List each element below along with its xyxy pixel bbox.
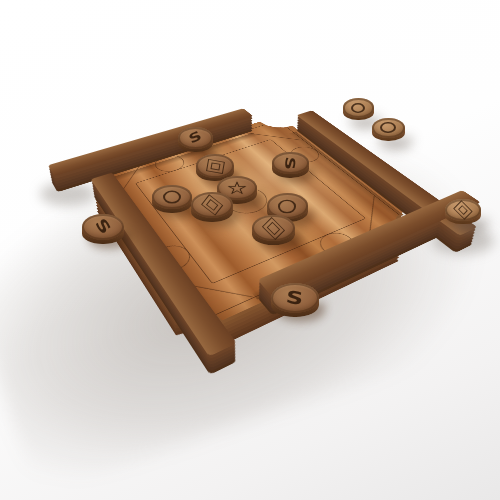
square-engraving-icon: [453, 200, 472, 219]
puck-top-face: [191, 192, 233, 218]
puck-top-face: [445, 199, 481, 221]
S-engraving-icon: S: [285, 288, 305, 308]
square-engraving-icon: [262, 216, 285, 239]
puck-top-face: S: [178, 127, 213, 149]
puck-ring[interactable]: [343, 98, 374, 120]
puck-S[interactable]: S: [82, 214, 124, 244]
puck-top-face: [196, 154, 234, 178]
puck-top-face: S: [82, 214, 124, 240]
puck-ring[interactable]: [152, 185, 192, 213]
puck-S[interactable]: S: [178, 127, 213, 152]
puck-square[interactable]: [191, 192, 233, 222]
puck-top-face: [152, 185, 192, 210]
S-engraving-icon: S: [92, 216, 113, 237]
ring-engraving-icon: [163, 190, 181, 203]
puck-top-face: S: [271, 283, 319, 313]
pucks-layer: SS☆SS: [0, 0, 500, 500]
puck-top-face: [252, 215, 295, 242]
S-engraving-icon: S: [283, 156, 297, 170]
puck-top-face: [343, 98, 374, 117]
puck-square[interactable]: [445, 199, 481, 225]
ring-engraving-icon: [278, 199, 297, 213]
S-engraving-icon: S: [187, 130, 204, 147]
photo-backdrop: SS☆SS: [0, 0, 500, 500]
ring-engraving-icon: [380, 123, 395, 134]
puck-square[interactable]: [252, 215, 295, 246]
puck-ring[interactable]: [372, 118, 405, 141]
puck-top-face: S: [272, 152, 309, 175]
puck-top-face: [372, 118, 405, 138]
square-engraving-icon: [206, 159, 225, 174]
puck-S[interactable]: S: [271, 283, 319, 317]
puck-S[interactable]: S: [272, 152, 309, 178]
ring-engraving-icon: [351, 103, 365, 113]
square-engraving-icon: [201, 194, 224, 216]
